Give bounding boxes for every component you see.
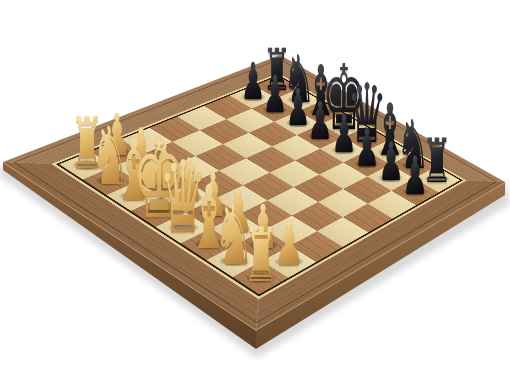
chess-set-photo: ♜♞♝♛♚♝♞♜♟♟♟♟♟♟♟♟♟♟♟♟♟♟♟♟♜♞♝♛♚♝♞♜	[0, 0, 510, 381]
